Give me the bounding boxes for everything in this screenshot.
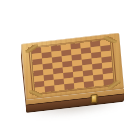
chess-box-lid-top <box>21 33 124 100</box>
square-f1 <box>84 81 94 88</box>
square-b1 <box>45 85 55 92</box>
square-c1 <box>54 84 64 91</box>
chessboard <box>31 40 113 94</box>
square-g1 <box>94 80 104 87</box>
square-a1 <box>35 87 45 94</box>
square-e1 <box>74 82 84 89</box>
product-photo-chess-box <box>0 0 140 140</box>
square-d1 <box>64 83 74 90</box>
clasp-latch-icon <box>91 94 98 104</box>
square-h1 <box>103 79 113 86</box>
